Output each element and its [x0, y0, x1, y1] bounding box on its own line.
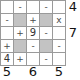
cell-r4c1: + — [14, 53, 26, 65]
cell-r3c1 — [14, 40, 26, 52]
cell-r1c0: - — [1, 14, 13, 26]
row-result-label-2: 7 — [66, 26, 80, 39]
cell-r2c0[interactable] — [1, 27, 13, 39]
cell-r0c1: - — [14, 1, 26, 13]
cell-r0c3: - — [40, 1, 52, 13]
cell-r1c2: + — [27, 14, 39, 26]
puzzle-stage: - - - + x + 9 - + - - 4 + - 4 7 5 6 5 — [0, 0, 80, 80]
cell-r0c0[interactable] — [1, 1, 13, 13]
cell-r1c1 — [14, 14, 26, 26]
cell-r0c2[interactable] — [27, 1, 39, 13]
col-result-label-4: 5 — [52, 65, 66, 79]
cross-math-board: - - - + x + 9 - + - - 4 + - — [0, 0, 66, 66]
cell-r1c4: x — [53, 14, 65, 26]
col-result-label-0: 5 — [0, 65, 14, 79]
cell-r2c2: 9 — [27, 27, 39, 39]
cell-r3c0: + — [1, 40, 13, 52]
cell-r3c2: - — [27, 40, 39, 52]
cell-r4c3: - — [40, 53, 52, 65]
cell-r2c3: - — [40, 27, 52, 39]
col-result-label-2: 6 — [26, 65, 40, 79]
row-result-label-0: 4 — [66, 0, 80, 13]
cell-r3c4: - — [53, 40, 65, 52]
cell-r1c3 — [40, 14, 52, 26]
cell-r2c4[interactable] — [53, 27, 65, 39]
cell-r0c4[interactable] — [53, 1, 65, 13]
cell-r3c3 — [40, 40, 52, 52]
cell-r2c1: + — [14, 27, 26, 39]
